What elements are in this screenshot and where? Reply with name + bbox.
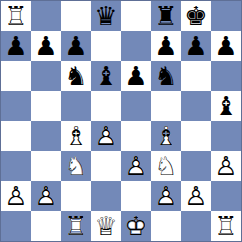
- square-f3[interactable]: ♞♘: [151, 151, 181, 181]
- square-c5[interactable]: [61, 91, 91, 121]
- square-a2[interactable]: ♟♙: [1, 181, 31, 211]
- square-f5[interactable]: [151, 91, 181, 121]
- piece-white-pawn[interactable]: ♟♙: [151, 181, 181, 211]
- square-g7[interactable]: ♟: [181, 31, 211, 61]
- square-b3[interactable]: [31, 151, 61, 181]
- square-a5[interactable]: [1, 91, 31, 121]
- square-d6[interactable]: ♝: [91, 61, 121, 91]
- square-f6[interactable]: ♞: [151, 61, 181, 91]
- piece-black-knight[interactable]: ♞: [61, 61, 91, 91]
- square-g3[interactable]: [181, 151, 211, 181]
- square-d1[interactable]: ♛♕: [91, 211, 121, 241]
- square-h6[interactable]: [211, 61, 241, 91]
- square-d4[interactable]: ♟♙: [91, 121, 121, 151]
- square-e2[interactable]: [121, 181, 151, 211]
- piece-black-king[interactable]: ♚: [181, 1, 211, 31]
- square-c2[interactable]: [61, 181, 91, 211]
- piece-black-rook[interactable]: ♜: [151, 1, 181, 31]
- square-g5[interactable]: [181, 91, 211, 121]
- square-h5[interactable]: ♝: [211, 91, 241, 121]
- piece-black-pawn[interactable]: ♟: [31, 31, 61, 61]
- square-g4[interactable]: [181, 121, 211, 151]
- square-c4[interactable]: ♝♗: [61, 121, 91, 151]
- square-c7[interactable]: ♟: [61, 31, 91, 61]
- square-f8[interactable]: ♜: [151, 1, 181, 31]
- piece-white-pawn[interactable]: ♟♙: [31, 181, 61, 211]
- piece-black-queen[interactable]: ♛: [91, 1, 121, 31]
- square-g6[interactable]: [181, 61, 211, 91]
- square-a3[interactable]: [1, 151, 31, 181]
- square-h2[interactable]: [211, 181, 241, 211]
- piece-black-knight[interactable]: ♞: [151, 61, 181, 91]
- square-b8[interactable]: [31, 1, 61, 31]
- square-d2[interactable]: [91, 181, 121, 211]
- piece-black-pawn[interactable]: ♟: [181, 31, 211, 61]
- square-c1[interactable]: ♜♖: [61, 211, 91, 241]
- square-f7[interactable]: ♟: [151, 31, 181, 61]
- square-b6[interactable]: [31, 61, 61, 91]
- piece-black-pawn[interactable]: ♟: [151, 31, 181, 61]
- square-f1[interactable]: [151, 211, 181, 241]
- square-b1[interactable]: [31, 211, 61, 241]
- square-g1[interactable]: [181, 211, 211, 241]
- piece-white-knight[interactable]: ♞♘: [61, 151, 91, 181]
- square-b2[interactable]: ♟♙: [31, 181, 61, 211]
- square-h3[interactable]: ♟♙: [211, 151, 241, 181]
- square-g8[interactable]: ♚: [181, 1, 211, 31]
- square-h7[interactable]: ♟: [211, 31, 241, 61]
- square-a8[interactable]: ♜♖: [1, 1, 31, 31]
- piece-white-knight[interactable]: ♞♘: [151, 151, 181, 181]
- square-d5[interactable]: [91, 91, 121, 121]
- chess-board: ♜♖♛♜♚♟♟♟♟♟♟♞♝♟♞♝♝♗♟♙♝♗♞♘♟♙♞♘♟♙♟♙♟♙♟♙♟♙♜♖…: [0, 0, 242, 242]
- piece-white-rook[interactable]: ♜♖: [211, 211, 241, 241]
- square-h8[interactable]: [211, 1, 241, 31]
- square-e4[interactable]: [121, 121, 151, 151]
- piece-black-pawn[interactable]: ♟: [1, 31, 31, 61]
- square-f2[interactable]: ♟♙: [151, 181, 181, 211]
- piece-white-pawn[interactable]: ♟♙: [181, 181, 211, 211]
- piece-black-pawn[interactable]: ♟: [211, 31, 241, 61]
- piece-white-pawn[interactable]: ♟♙: [1, 181, 31, 211]
- square-e7[interactable]: [121, 31, 151, 61]
- square-e8[interactable]: [121, 1, 151, 31]
- square-h1[interactable]: ♜♖: [211, 211, 241, 241]
- piece-black-bishop[interactable]: ♝: [211, 91, 241, 121]
- square-f4[interactable]: ♝♗: [151, 121, 181, 151]
- square-b5[interactable]: [31, 91, 61, 121]
- square-b7[interactable]: ♟: [31, 31, 61, 61]
- square-e1[interactable]: ♚♔: [121, 211, 151, 241]
- square-e5[interactable]: [121, 91, 151, 121]
- square-d7[interactable]: [91, 31, 121, 61]
- square-c8[interactable]: [61, 1, 91, 31]
- piece-white-queen[interactable]: ♛♕: [91, 211, 121, 241]
- piece-white-rook[interactable]: ♜♖: [61, 211, 91, 241]
- piece-black-bishop[interactable]: ♝: [91, 61, 121, 91]
- square-g2[interactable]: ♟♙: [181, 181, 211, 211]
- square-a1[interactable]: [1, 211, 31, 241]
- piece-white-king[interactable]: ♚♔: [121, 211, 151, 241]
- square-b4[interactable]: [31, 121, 61, 151]
- piece-black-pawn[interactable]: ♟: [121, 61, 151, 91]
- piece-white-bishop[interactable]: ♝♗: [61, 121, 91, 151]
- square-a6[interactable]: [1, 61, 31, 91]
- piece-black-pawn[interactable]: ♟: [61, 31, 91, 61]
- square-e6[interactable]: ♟: [121, 61, 151, 91]
- piece-white-bishop[interactable]: ♝♗: [151, 121, 181, 151]
- square-e3[interactable]: ♟♙: [121, 151, 151, 181]
- square-d8[interactable]: ♛: [91, 1, 121, 31]
- piece-white-rook[interactable]: ♜♖: [1, 1, 31, 31]
- square-a7[interactable]: ♟: [1, 31, 31, 61]
- square-c6[interactable]: ♞: [61, 61, 91, 91]
- square-d3[interactable]: [91, 151, 121, 181]
- piece-white-pawn[interactable]: ♟♙: [211, 151, 241, 181]
- square-c3[interactable]: ♞♘: [61, 151, 91, 181]
- piece-white-pawn[interactable]: ♟♙: [91, 121, 121, 151]
- square-a4[interactable]: [1, 121, 31, 151]
- piece-white-pawn[interactable]: ♟♙: [121, 151, 151, 181]
- square-h4[interactable]: [211, 121, 241, 151]
